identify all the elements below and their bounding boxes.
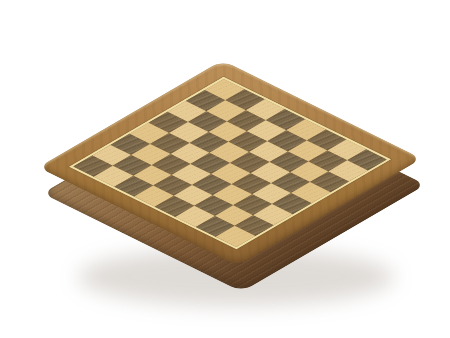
product-photo-canvas bbox=[0, 0, 450, 338]
chessboard-frame bbox=[38, 60, 422, 266]
